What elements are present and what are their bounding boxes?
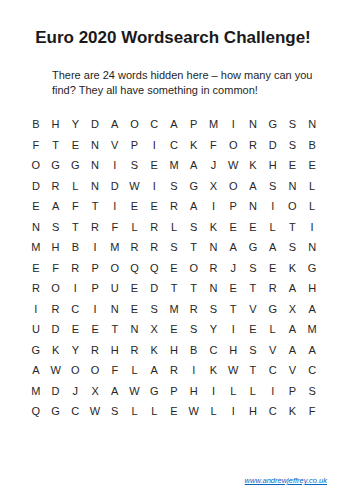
grid-cell-r9c11: E <box>223 278 243 299</box>
grid-cell-r6c11: E <box>223 217 243 238</box>
grid-cell-r12c14: A <box>283 340 303 361</box>
grid-cell-r14c13: I <box>263 381 283 402</box>
grid-cell-r15c7: L <box>144 401 164 422</box>
grid-cell-r1c14: S <box>283 114 303 135</box>
grid-cell-r4c11: O <box>223 176 243 197</box>
grid-cell-r15c11: I <box>223 401 243 422</box>
grid-cell-r10c4: I <box>85 299 105 320</box>
grid-cell-r13c2: W <box>46 360 66 381</box>
grid-cell-r3c4: N <box>85 155 105 176</box>
grid-cell-r12c3: Y <box>65 340 85 361</box>
grid-cell-r9c14: A <box>283 278 303 299</box>
grid-cell-r15c9: W <box>184 401 204 422</box>
grid-cell-r2c9: K <box>184 135 204 156</box>
grid-cell-r2c15: B <box>302 135 322 156</box>
grid-cell-r11c4: E <box>85 319 105 340</box>
grid-cell-r3c9: A <box>184 155 204 176</box>
grid-cell-r10c12: V <box>243 299 263 320</box>
grid-cell-r14c10: I <box>204 381 224 402</box>
grid-cell-r3c11: W <box>223 155 243 176</box>
grid-cell-r7c3: B <box>65 237 85 258</box>
grid-cell-r4c5: D <box>105 176 125 197</box>
grid-cell-r1c13: G <box>263 114 283 135</box>
grid-cell-r14c14: P <box>283 381 303 402</box>
grid-cell-r10c8: M <box>164 299 184 320</box>
grid-cell-r10c9: R <box>184 299 204 320</box>
grid-cell-r10c15: A <box>302 299 322 320</box>
grid-cell-r8c5: O <box>105 258 125 279</box>
worksheet-page: Euro 2020 Wordsearch Challenge! There ar… <box>0 0 346 500</box>
grid-cell-r3c12: K <box>243 155 263 176</box>
grid-cell-r7c9: T <box>184 237 204 258</box>
grid-cell-r1c2: H <box>46 114 66 135</box>
grid-cell-r13c5: F <box>105 360 125 381</box>
grid-cell-r8c8: E <box>164 258 184 279</box>
grid-cell-r11c5: T <box>105 319 125 340</box>
grid-cell-r5c4: T <box>85 196 105 217</box>
grid-cell-r4c6: W <box>125 176 145 197</box>
grid-cell-r3c15: E <box>302 155 322 176</box>
grid-cell-r12c1: G <box>26 340 46 361</box>
grid-cell-r14c3: J <box>65 381 85 402</box>
grid-cell-r13c10: K <box>204 360 224 381</box>
grid-cell-r15c10: L <box>204 401 224 422</box>
grid-cell-r3c10: J <box>204 155 224 176</box>
grid-cell-r3c5: I <box>105 155 125 176</box>
grid-cell-r11c8: E <box>164 319 184 340</box>
grid-cell-r8c4: P <box>85 258 105 279</box>
grid-cell-r4c10: X <box>204 176 224 197</box>
grid-cell-r6c2: S <box>46 217 66 238</box>
grid-cell-r2c3: E <box>65 135 85 156</box>
grid-cell-r10c1: I <box>26 299 46 320</box>
grid-cell-r10c11: T <box>223 299 243 320</box>
grid-cell-r2c4: N <box>85 135 105 156</box>
grid-cell-r7c6: R <box>125 237 145 258</box>
grid-cell-r2c2: T <box>46 135 66 156</box>
grid-cell-r15c4: W <box>85 401 105 422</box>
grid-cell-r9c2: O <box>46 278 66 299</box>
grid-cell-r6c13: L <box>263 217 283 238</box>
grid-cell-r8c1: E <box>26 258 46 279</box>
grid-cell-r4c3: L <box>65 176 85 197</box>
puzzle-instructions: There are 24 words hidden here – how man… <box>52 68 314 98</box>
grid-cell-r5c12: N <box>243 196 263 217</box>
grid-cell-r11c7: X <box>144 319 164 340</box>
grid-cell-r13c3: O <box>65 360 85 381</box>
grid-cell-r4c14: N <box>283 176 303 197</box>
grid-cell-r10c14: X <box>283 299 303 320</box>
grid-cell-r5c2: A <box>46 196 66 217</box>
grid-cell-r8c13: E <box>263 258 283 279</box>
grid-cell-r1c12: N <box>243 114 263 135</box>
grid-cell-r15c8: E <box>164 401 184 422</box>
grid-cell-r2c13: D <box>263 135 283 156</box>
grid-cell-r11c10: Y <box>204 319 224 340</box>
grid-cell-r6c12: E <box>243 217 263 238</box>
grid-cell-r4c9: G <box>184 176 204 197</box>
grid-cell-r12c5: H <box>105 340 125 361</box>
grid-cell-r10c3: C <box>65 299 85 320</box>
grid-cell-r12c6: R <box>125 340 145 361</box>
grid-cell-r9c6: E <box>125 278 145 299</box>
grid-cell-r11c6: N <box>125 319 145 340</box>
grid-cell-r6c6: L <box>125 217 145 238</box>
grid-cell-r13c12: T <box>243 360 263 381</box>
grid-cell-r2c5: V <box>105 135 125 156</box>
grid-cell-r5c10: I <box>204 196 224 217</box>
grid-cell-r3c6: S <box>125 155 145 176</box>
grid-cell-r9c10: N <box>204 278 224 299</box>
grid-cell-r15c12: H <box>243 401 263 422</box>
grid-cell-r13c4: O <box>85 360 105 381</box>
grid-cell-r1c15: N <box>302 114 322 135</box>
grid-cell-r11c13: L <box>263 319 283 340</box>
page-title: Euro 2020 Wordsearch Challenge! <box>0 28 346 48</box>
grid-cell-r11c1: U <box>26 319 46 340</box>
grid-cell-r14c6: W <box>125 381 145 402</box>
grid-cell-r4c8: S <box>164 176 184 197</box>
grid-cell-r2c1: F <box>26 135 46 156</box>
grid-cell-r7c13: A <box>263 237 283 258</box>
grid-cell-r1c9: P <box>184 114 204 135</box>
grid-cell-r14c7: G <box>144 381 164 402</box>
grid-cell-r10c10: S <box>204 299 224 320</box>
grid-cell-r3c2: G <box>46 155 66 176</box>
grid-cell-r9c7: D <box>144 278 164 299</box>
grid-cell-r1c6: O <box>125 114 145 135</box>
grid-cell-r8c11: J <box>223 258 243 279</box>
grid-cell-r8c14: K <box>283 258 303 279</box>
grid-cell-r13c14: V <box>283 360 303 381</box>
grid-cell-r12c9: B <box>184 340 204 361</box>
grid-cell-r12c2: K <box>46 340 66 361</box>
grid-cell-r2c6: P <box>125 135 145 156</box>
grid-cell-r4c7: I <box>144 176 164 197</box>
grid-cell-r4c13: S <box>263 176 283 197</box>
grid-cell-r5c1: E <box>26 196 46 217</box>
grid-cell-r5c9: A <box>184 196 204 217</box>
grid-cell-r7c7: R <box>144 237 164 258</box>
grid-cell-r5c15: L <box>302 196 322 217</box>
grid-cell-r12c15: A <box>302 340 322 361</box>
grid-cell-r1c5: A <box>105 114 125 135</box>
grid-cell-r15c14: K <box>283 401 303 422</box>
grid-cell-r15c1: Q <box>26 401 46 422</box>
grid-cell-r13c13: C <box>263 360 283 381</box>
grid-cell-r4c2: R <box>46 176 66 197</box>
grid-cell-r15c15: F <box>302 401 322 422</box>
grid-cell-r6c3: T <box>65 217 85 238</box>
grid-cell-r14c1: M <box>26 381 46 402</box>
grid-cell-r14c11: L <box>223 381 243 402</box>
grid-cell-r14c2: D <box>46 381 66 402</box>
grid-cell-r11c11: I <box>223 319 243 340</box>
grid-cell-r13c7: A <box>144 360 164 381</box>
grid-cell-r13c6: L <box>125 360 145 381</box>
grid-cell-r8c7: Q <box>144 258 164 279</box>
grid-cell-r4c1: D <box>26 176 46 197</box>
grid-cell-r5c5: I <box>105 196 125 217</box>
grid-cell-r4c4: N <box>85 176 105 197</box>
grid-cell-r8c2: F <box>46 258 66 279</box>
grid-cell-r6c10: K <box>204 217 224 238</box>
grid-cell-r14c15: S <box>302 381 322 402</box>
grid-cell-r7c4: I <box>85 237 105 258</box>
grid-cell-r8c3: R <box>65 258 85 279</box>
grid-cell-r13c8: R <box>164 360 184 381</box>
grid-cell-r9c4: P <box>85 278 105 299</box>
grid-cell-r7c5: M <box>105 237 125 258</box>
grid-cell-r13c15: C <box>302 360 322 381</box>
grid-cell-r9c9: T <box>184 278 204 299</box>
grid-cell-r10c5: N <box>105 299 125 320</box>
grid-cell-r6c4: R <box>85 217 105 238</box>
grid-cell-r15c6: L <box>125 401 145 422</box>
grid-cell-r15c5: S <box>105 401 125 422</box>
grid-cell-r10c6: E <box>125 299 145 320</box>
grid-cell-r2c10: F <box>204 135 224 156</box>
grid-cell-r9c12: T <box>243 278 263 299</box>
grid-cell-r3c8: M <box>164 155 184 176</box>
grid-cell-r9c3: I <box>65 278 85 299</box>
grid-cell-r15c3: C <box>65 401 85 422</box>
grid-cell-r13c1: A <box>26 360 46 381</box>
grid-cell-r11c12: E <box>243 319 263 340</box>
grid-cell-r3c7: E <box>144 155 164 176</box>
grid-cell-r8c10: R <box>204 258 224 279</box>
grid-cell-r9c8: T <box>164 278 184 299</box>
grid-cell-r15c13: C <box>263 401 283 422</box>
grid-cell-r1c4: D <box>85 114 105 135</box>
grid-cell-r7c10: N <box>204 237 224 258</box>
grid-cell-r5c14: O <box>283 196 303 217</box>
grid-cell-r5c3: F <box>65 196 85 217</box>
grid-cell-r14c8: P <box>164 381 184 402</box>
grid-cell-r11c3: E <box>65 319 85 340</box>
grid-cell-r8c9: O <box>184 258 204 279</box>
grid-cell-r5c7: E <box>144 196 164 217</box>
grid-cell-r11c2: D <box>46 319 66 340</box>
grid-cell-r3c1: O <box>26 155 46 176</box>
grid-cell-r10c7: S <box>144 299 164 320</box>
wordsearch-grid: BHYDAOCAPMINGSNFTENVPICKFORDSBOGGNISEMAJ… <box>26 114 322 422</box>
grid-cell-r6c8: L <box>164 217 184 238</box>
grid-cell-r1c8: A <box>164 114 184 135</box>
grid-cell-r5c13: I <box>263 196 283 217</box>
grid-cell-r1c10: M <box>204 114 224 135</box>
grid-cell-r14c4: X <box>85 381 105 402</box>
grid-cell-r11c14: A <box>283 319 303 340</box>
grid-cell-r13c9: I <box>184 360 204 381</box>
grid-cell-r13c11: W <box>223 360 243 381</box>
grid-cell-r1c7: C <box>144 114 164 135</box>
grid-cell-r2c12: R <box>243 135 263 156</box>
grid-cell-r14c12: L <box>243 381 263 402</box>
grid-cell-r6c7: R <box>144 217 164 238</box>
grid-cell-r6c5: F <box>105 217 125 238</box>
grid-cell-r11c9: S <box>184 319 204 340</box>
grid-cell-r4c15: L <box>302 176 322 197</box>
grid-cell-r7c1: M <box>26 237 46 258</box>
grid-cell-r2c7: I <box>144 135 164 156</box>
grid-cell-r2c8: C <box>164 135 184 156</box>
grid-cell-r12c4: R <box>85 340 105 361</box>
grid-cell-r1c3: Y <box>65 114 85 135</box>
grid-cell-r7c11: A <box>223 237 243 258</box>
grid-cell-r12c13: V <box>263 340 283 361</box>
grid-cell-r9c5: U <box>105 278 125 299</box>
grid-cell-r9c13: R <box>263 278 283 299</box>
grid-cell-r10c13: G <box>263 299 283 320</box>
grid-cell-r9c1: R <box>26 278 46 299</box>
grid-cell-r7c14: S <box>283 237 303 258</box>
grid-cell-r12c8: H <box>164 340 184 361</box>
grid-cell-r3c3: G <box>65 155 85 176</box>
grid-cell-r5c6: E <box>125 196 145 217</box>
grid-cell-r5c8: R <box>164 196 184 217</box>
grid-cell-r7c2: H <box>46 237 66 258</box>
grid-cell-r3c14: E <box>283 155 303 176</box>
grid-cell-r6c1: N <box>26 217 46 238</box>
grid-cell-r12c12: S <box>243 340 263 361</box>
grid-cell-r8c12: S <box>243 258 263 279</box>
grid-cell-r1c1: B <box>26 114 46 135</box>
grid-cell-r14c5: A <box>105 381 125 402</box>
grid-cell-r6c14: T <box>283 217 303 238</box>
grid-cell-r2c14: S <box>283 135 303 156</box>
grid-cell-r9c15: H <box>302 278 322 299</box>
grid-cell-r8c15: G <box>302 258 322 279</box>
footer-link[interactable]: www.andrewjeffrey.co.uk <box>245 476 327 485</box>
grid-cell-r3c13: H <box>263 155 283 176</box>
grid-cell-r12c10: C <box>204 340 224 361</box>
grid-cell-r12c7: K <box>144 340 164 361</box>
grid-cell-r6c9: S <box>184 217 204 238</box>
grid-cell-r2c11: O <box>223 135 243 156</box>
grid-cell-r5c11: P <box>223 196 243 217</box>
grid-cell-r10c2: R <box>46 299 66 320</box>
grid-cell-r7c12: G <box>243 237 263 258</box>
grid-cell-r1c11: I <box>223 114 243 135</box>
grid-cell-r6c15: I <box>302 217 322 238</box>
grid-cell-r11c15: M <box>302 319 322 340</box>
grid-cell-r4c12: A <box>243 176 263 197</box>
grid-cell-r7c8: S <box>164 237 184 258</box>
grid-cell-r14c9: H <box>184 381 204 402</box>
grid-cell-r12c11: H <box>223 340 243 361</box>
grid-cell-r8c6: Q <box>125 258 145 279</box>
grid-cell-r7c15: N <box>302 237 322 258</box>
grid-cell-r15c2: G <box>46 401 66 422</box>
